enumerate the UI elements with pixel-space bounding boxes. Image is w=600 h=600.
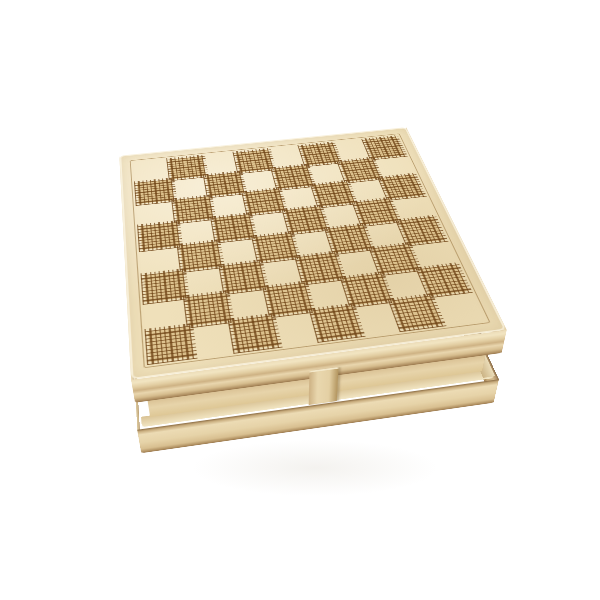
scene — [0, 0, 600, 600]
square-h1 — [430, 291, 482, 324]
square-g3 — [372, 244, 419, 273]
square-c4 — [217, 237, 260, 266]
square-a3 — [144, 271, 186, 303]
square-a1 — [148, 326, 194, 362]
square-a4 — [142, 246, 183, 276]
square-d2 — [266, 283, 313, 316]
square-b4 — [180, 241, 222, 270]
square-c2 — [226, 288, 272, 321]
square-e2 — [305, 278, 352, 310]
square-a5 — [140, 222, 180, 250]
square-d4 — [254, 233, 297, 262]
square-f2 — [343, 274, 391, 306]
square-e1 — [312, 305, 361, 339]
drawer-latch-tab — [309, 367, 339, 405]
square-d5 — [249, 210, 291, 237]
square-a2 — [146, 297, 190, 331]
square-b5 — [177, 218, 217, 245]
square-f3 — [335, 248, 381, 278]
board-grid — [135, 137, 482, 362]
square-c5 — [213, 214, 254, 241]
square-h2 — [419, 265, 469, 296]
square-b3 — [183, 266, 226, 297]
square-f1 — [352, 301, 402, 335]
square-d3 — [260, 257, 305, 287]
square-h3 — [408, 240, 456, 269]
square-c1 — [231, 316, 278, 351]
product-photo-canvas: { "game": "chess", "position": "8/8/8/8/… — [0, 0, 600, 600]
square-b2 — [186, 292, 231, 325]
square-g2 — [381, 269, 430, 300]
square-g1 — [391, 296, 442, 330]
square-b1 — [190, 321, 237, 357]
square-c3 — [222, 262, 266, 293]
square-e3 — [298, 253, 344, 283]
square-d1 — [272, 310, 320, 345]
chess-box — [119, 127, 506, 379]
square-e4 — [291, 229, 335, 257]
